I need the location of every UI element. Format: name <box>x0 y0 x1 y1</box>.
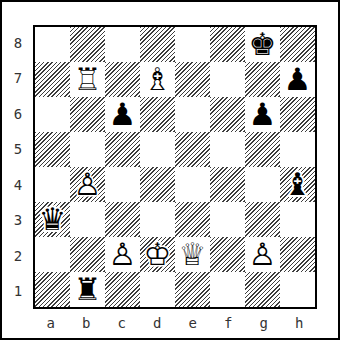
square-a5[interactable] <box>35 132 70 167</box>
white-rook-icon: ♖ <box>70 62 105 97</box>
square-g4[interactable] <box>245 167 280 202</box>
black-pawn-halo: ♟ <box>245 97 280 132</box>
file-label-d: d <box>140 310 176 336</box>
square-b3[interactable] <box>70 202 105 237</box>
square-e7[interactable] <box>175 62 210 97</box>
square-d8[interactable] <box>140 27 175 62</box>
square-a3[interactable]: ♛♛ <box>35 202 70 237</box>
black-king-halo: ♚ <box>245 27 280 62</box>
black-pawn-icon: ♟ <box>105 97 140 132</box>
square-a8[interactable] <box>35 27 70 62</box>
square-h7[interactable]: ♟♟ <box>280 62 315 97</box>
square-c1[interactable] <box>105 272 140 307</box>
square-f2[interactable] <box>210 237 245 272</box>
file-label-b: b <box>69 310 105 336</box>
square-f3[interactable] <box>210 202 245 237</box>
square-c5[interactable] <box>105 132 140 167</box>
square-g1[interactable] <box>245 272 280 307</box>
square-g6[interactable]: ♟♟ <box>245 97 280 132</box>
rank-label-3: 3 <box>4 203 32 239</box>
rank-labels: 87654321 <box>4 25 32 309</box>
black-pawn-halo: ♟ <box>105 97 140 132</box>
square-b1[interactable]: ♜♜ <box>70 272 105 307</box>
square-a1[interactable] <box>35 272 70 307</box>
square-b6[interactable] <box>70 97 105 132</box>
square-e2[interactable]: ♛♕ <box>175 237 210 272</box>
square-d3[interactable] <box>140 202 175 237</box>
white-bishop-fill: ♝ <box>140 62 175 97</box>
square-e5[interactable] <box>175 132 210 167</box>
white-pawn-icon: ♙ <box>245 237 280 272</box>
rank-label-5: 5 <box>4 132 32 168</box>
file-label-h: h <box>282 310 318 336</box>
file-labels: abcdefgh <box>33 310 317 336</box>
black-pawn-icon: ♟ <box>280 62 315 97</box>
square-a4[interactable] <box>35 167 70 202</box>
white-queen-icon: ♕ <box>175 237 210 272</box>
black-pawn-icon: ♟ <box>245 97 280 132</box>
square-a6[interactable] <box>35 97 70 132</box>
white-pawn-icon: ♙ <box>105 237 140 272</box>
square-e6[interactable] <box>175 97 210 132</box>
square-h2[interactable] <box>280 237 315 272</box>
square-d4[interactable] <box>140 167 175 202</box>
square-c3[interactable] <box>105 202 140 237</box>
square-g2[interactable]: ♟♙ <box>245 237 280 272</box>
white-pawn-fill: ♟ <box>70 167 105 202</box>
square-d6[interactable] <box>140 97 175 132</box>
file-label-f: f <box>211 310 247 336</box>
black-rook-icon: ♜ <box>70 272 105 307</box>
square-c7[interactable] <box>105 62 140 97</box>
square-f8[interactable] <box>210 27 245 62</box>
square-b2[interactable] <box>70 237 105 272</box>
square-g3[interactable] <box>245 202 280 237</box>
square-b8[interactable] <box>70 27 105 62</box>
square-b5[interactable] <box>70 132 105 167</box>
white-bishop-icon: ♗ <box>140 62 175 97</box>
square-d1[interactable] <box>140 272 175 307</box>
square-c6[interactable]: ♟♟ <box>105 97 140 132</box>
square-g5[interactable] <box>245 132 280 167</box>
square-f7[interactable] <box>210 62 245 97</box>
file-label-c: c <box>104 310 140 336</box>
square-c8[interactable] <box>105 27 140 62</box>
white-pawn-icon: ♙ <box>70 167 105 202</box>
file-label-a: a <box>33 310 69 336</box>
rank-label-1: 1 <box>4 274 32 310</box>
white-king-fill: ♚ <box>140 237 175 272</box>
square-h8[interactable] <box>280 27 315 62</box>
black-bishop-icon: ♝ <box>280 167 315 202</box>
black-king-icon: ♚ <box>245 27 280 62</box>
diagram-frame: 87654321 ♚♚♜♖♝♗♟♟♟♟♟♟♟♙♝♝♛♛♟♙♚♔♛♕♟♙♜♜ ab… <box>0 0 340 340</box>
black-pawn-halo: ♟ <box>280 62 315 97</box>
rank-label-6: 6 <box>4 96 32 132</box>
square-f6[interactable] <box>210 97 245 132</box>
square-e1[interactable] <box>175 272 210 307</box>
square-e8[interactable] <box>175 27 210 62</box>
square-b4[interactable]: ♟♙ <box>70 167 105 202</box>
rank-label-8: 8 <box>4 25 32 61</box>
rank-label-4: 4 <box>4 167 32 203</box>
square-h5[interactable] <box>280 132 315 167</box>
square-f5[interactable] <box>210 132 245 167</box>
square-e3[interactable] <box>175 202 210 237</box>
square-a2[interactable] <box>35 237 70 272</box>
black-bishop-halo: ♝ <box>280 167 315 202</box>
square-g7[interactable] <box>245 62 280 97</box>
square-a7[interactable] <box>35 62 70 97</box>
rank-label-7: 7 <box>4 61 32 97</box>
white-king-icon: ♔ <box>140 237 175 272</box>
square-c2[interactable]: ♟♙ <box>105 237 140 272</box>
square-f1[interactable] <box>210 272 245 307</box>
square-c4[interactable] <box>105 167 140 202</box>
rank-label-2: 2 <box>4 238 32 274</box>
white-queen-fill: ♛ <box>175 237 210 272</box>
square-b7[interactable]: ♜♖ <box>70 62 105 97</box>
square-f4[interactable] <box>210 167 245 202</box>
black-queen-icon: ♛ <box>35 202 70 237</box>
square-h3[interactable] <box>280 202 315 237</box>
square-h6[interactable] <box>280 97 315 132</box>
square-h1[interactable] <box>280 272 315 307</box>
square-d2[interactable]: ♚♔ <box>140 237 175 272</box>
file-label-g: g <box>246 310 282 336</box>
white-pawn-fill: ♟ <box>105 237 140 272</box>
square-d7[interactable]: ♝♗ <box>140 62 175 97</box>
square-g8[interactable]: ♚♚ <box>245 27 280 62</box>
black-rook-halo: ♜ <box>70 272 105 307</box>
white-rook-fill: ♜ <box>70 62 105 97</box>
square-h4[interactable]: ♝♝ <box>280 167 315 202</box>
square-e4[interactable] <box>175 167 210 202</box>
white-pawn-fill: ♟ <box>245 237 280 272</box>
chess-board: ♚♚♜♖♝♗♟♟♟♟♟♟♟♙♝♝♛♛♟♙♚♔♛♕♟♙♜♜ <box>33 25 317 309</box>
file-label-e: e <box>175 310 211 336</box>
black-queen-halo: ♛ <box>35 202 70 237</box>
square-d5[interactable] <box>140 132 175 167</box>
